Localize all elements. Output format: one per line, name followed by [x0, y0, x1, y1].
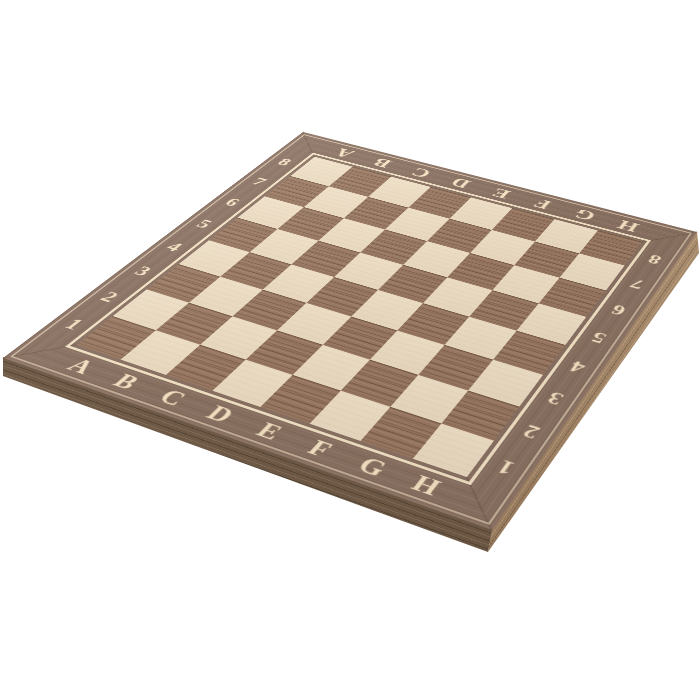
file-label-e-near: E [251, 419, 287, 444]
file-label-b-near: B [108, 371, 144, 393]
file-label-c-near: C [154, 386, 191, 410]
file-label-b-far: B [370, 156, 395, 170]
chessboard: AABBCCDDEEFFGGHH8877665544332211 [3, 132, 697, 530]
file-label-h-near: H [407, 472, 445, 500]
file-label-a-near: A [62, 355, 99, 377]
file-label-g-near: G [353, 453, 391, 480]
chessboard-product-photo: AABBCCDDEEFFGGHH8877665544332211 [0, 0, 700, 700]
file-label-d-near: D [201, 402, 238, 426]
file-label-f-far: F [530, 196, 554, 211]
file-label-f-near: F [303, 437, 337, 462]
